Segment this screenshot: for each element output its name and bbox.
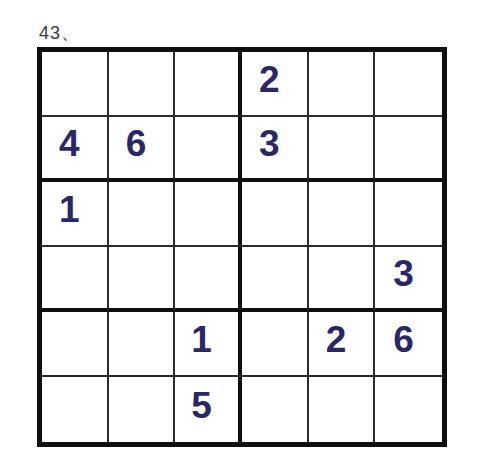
cell-r2c6[interactable]	[375, 117, 442, 182]
cell-r1c6[interactable]	[375, 52, 442, 117]
cell-r3c3[interactable]	[175, 182, 242, 247]
cell-r1c3[interactable]	[175, 52, 242, 117]
cell-r2c4: 3	[242, 117, 309, 182]
cell-r4c5[interactable]	[309, 247, 376, 312]
cell-r4c4[interactable]	[242, 247, 309, 312]
cell-r1c4: 2	[242, 52, 309, 117]
cell-r5c6: 6	[375, 312, 442, 377]
cell-r1c2[interactable]	[109, 52, 176, 117]
sudoku-board: 2463131265	[37, 47, 447, 447]
cell-r2c5[interactable]	[309, 117, 376, 182]
cell-r3c6[interactable]	[375, 182, 442, 247]
cell-r4c3[interactable]	[175, 247, 242, 312]
cell-r6c3: 5	[175, 377, 242, 442]
cell-r3c4[interactable]	[242, 182, 309, 247]
cell-r2c2: 6	[109, 117, 176, 182]
cell-r5c1[interactable]	[42, 312, 109, 377]
cell-r3c2[interactable]	[109, 182, 176, 247]
cell-r3c5[interactable]	[309, 182, 376, 247]
cell-r5c2[interactable]	[109, 312, 176, 377]
cell-r5c4[interactable]	[242, 312, 309, 377]
cell-r6c4[interactable]	[242, 377, 309, 442]
cell-r1c1[interactable]	[42, 52, 109, 117]
puzzle-number-label: 43、	[39, 21, 80, 45]
cell-r5c5: 2	[309, 312, 376, 377]
cell-r2c1: 4	[42, 117, 109, 182]
cell-r3c1: 1	[42, 182, 109, 247]
cell-r2c3[interactable]	[175, 117, 242, 182]
cell-r6c1[interactable]	[42, 377, 109, 442]
cell-r6c5[interactable]	[309, 377, 376, 442]
cell-r4c2[interactable]	[109, 247, 176, 312]
cell-r1c5[interactable]	[309, 52, 376, 117]
cell-r5c3: 1	[175, 312, 242, 377]
cell-r4c1[interactable]	[42, 247, 109, 312]
cell-r6c6[interactable]	[375, 377, 442, 442]
cell-r6c2[interactable]	[109, 377, 176, 442]
cell-r4c6: 3	[375, 247, 442, 312]
